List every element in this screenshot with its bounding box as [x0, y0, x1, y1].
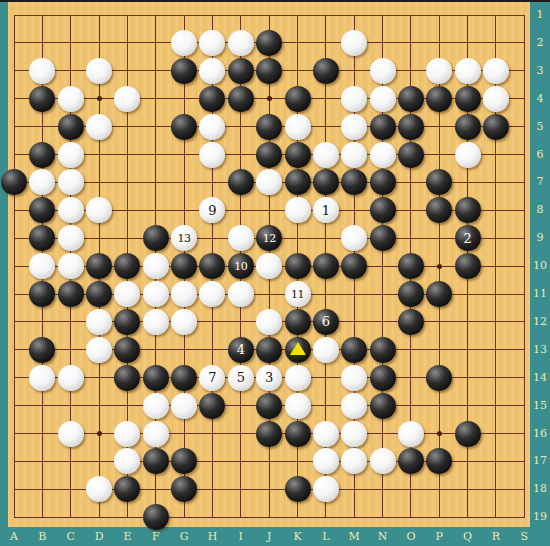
stone-black[interactable]	[58, 281, 84, 307]
row-label: 4	[531, 92, 549, 105]
column-label: Q	[458, 530, 478, 543]
stone-white[interactable]	[285, 197, 311, 223]
stone-black[interactable]	[143, 504, 169, 530]
stone-black[interactable]	[285, 142, 311, 168]
stone-black[interactable]	[285, 309, 311, 335]
stone-black[interactable]	[171, 58, 197, 84]
stone-white[interactable]	[29, 58, 55, 84]
move-number-label: 2	[463, 232, 471, 245]
stone-white[interactable]	[341, 421, 367, 447]
stone-white[interactable]	[341, 365, 367, 391]
stone-white[interactable]	[256, 309, 282, 335]
stone-white[interactable]	[114, 421, 140, 447]
stone-black[interactable]	[285, 421, 311, 447]
stone-black[interactable]	[199, 393, 225, 419]
stone-white[interactable]	[58, 365, 84, 391]
stone-black[interactable]: 2	[455, 225, 481, 251]
stone-white[interactable]	[58, 142, 84, 168]
star-point	[437, 264, 442, 269]
stone-white[interactable]	[228, 281, 254, 307]
stone-black[interactable]	[228, 169, 254, 195]
stone-black[interactable]	[285, 86, 311, 112]
row-label: 8	[531, 203, 549, 216]
row-label: 19	[531, 510, 549, 523]
stone-black[interactable]	[398, 142, 424, 168]
stone-white[interactable]	[199, 142, 225, 168]
stone-black[interactable]	[256, 142, 282, 168]
stone-black[interactable]	[426, 86, 452, 112]
stone-black[interactable]	[313, 253, 339, 279]
stone-black[interactable]: 10	[228, 253, 254, 279]
row-label: 13	[531, 343, 549, 356]
stone-white[interactable]	[228, 225, 254, 251]
move-number-label: 9	[208, 204, 216, 217]
stone-black[interactable]	[256, 337, 282, 363]
stone-black[interactable]	[58, 114, 84, 140]
stone-white[interactable]	[143, 421, 169, 447]
go-board-window: 9113122101164753 ABCDEFGHIJKLMNOPQRS1234…	[0, 0, 550, 546]
row-label: 15	[531, 399, 549, 412]
stone-white[interactable]	[341, 142, 367, 168]
stone-black[interactable]	[455, 86, 481, 112]
column-label: E	[117, 530, 137, 543]
star-point	[97, 96, 102, 101]
column-label: S	[514, 530, 534, 543]
stone-white[interactable]	[143, 253, 169, 279]
column-label: D	[89, 530, 109, 543]
stone-white[interactable]	[143, 309, 169, 335]
stone-white[interactable]	[58, 225, 84, 251]
row-label: 6	[531, 148, 549, 161]
row-label: 10	[531, 259, 549, 272]
stone-white[interactable]	[58, 197, 84, 223]
stone-black[interactable]	[171, 253, 197, 279]
stone-white[interactable]	[58, 253, 84, 279]
stone-white[interactable]	[171, 281, 197, 307]
stone-black[interactable]	[86, 253, 112, 279]
stone-black[interactable]	[483, 114, 509, 140]
stone-black[interactable]	[256, 58, 282, 84]
stone-white[interactable]	[341, 114, 367, 140]
stone-black[interactable]	[228, 58, 254, 84]
row-label: 12	[531, 315, 549, 328]
stone-white[interactable]	[143, 393, 169, 419]
stone-black[interactable]	[114, 365, 140, 391]
goban[interactable]: 9113122101164753	[8, 2, 530, 527]
stone-white[interactable]	[370, 142, 396, 168]
stone-black[interactable]	[29, 86, 55, 112]
move-number-label: 7	[208, 371, 216, 384]
column-label: F	[146, 530, 166, 543]
move-number-label: 12	[263, 232, 276, 245]
stone-white[interactable]	[370, 86, 396, 112]
stone-black[interactable]	[29, 337, 55, 363]
stone-white[interactable]	[370, 448, 396, 474]
stone-white[interactable]	[86, 309, 112, 335]
move-number-label: 11	[291, 288, 304, 301]
move-number-label: 3	[265, 371, 273, 384]
stone-white[interactable]	[171, 309, 197, 335]
stone-white[interactable]	[341, 30, 367, 56]
stone-white[interactable]: 5	[228, 365, 254, 391]
stone-white[interactable]	[313, 142, 339, 168]
row-label: 18	[531, 482, 549, 495]
move-number-label: 4	[237, 343, 245, 356]
stone-white[interactable]	[370, 58, 396, 84]
grid-line-vertical	[14, 15, 15, 518]
stone-white[interactable]	[285, 365, 311, 391]
stone-white[interactable]	[313, 476, 339, 502]
column-label: L	[316, 530, 336, 543]
stone-black[interactable]	[285, 337, 311, 363]
stone-black[interactable]	[455, 114, 481, 140]
stone-white[interactable]	[285, 114, 311, 140]
grid-line-vertical	[524, 15, 525, 518]
column-label: C	[61, 530, 81, 543]
stone-black[interactable]	[398, 309, 424, 335]
row-label: 3	[531, 64, 549, 77]
stone-white[interactable]	[86, 337, 112, 363]
stone-black[interactable]	[370, 337, 396, 363]
stone-black[interactable]	[256, 30, 282, 56]
row-label: 17	[531, 454, 549, 467]
column-label: M	[344, 530, 364, 543]
stone-white[interactable]	[483, 86, 509, 112]
move-number-label: 10	[234, 260, 247, 273]
stone-white[interactable]	[455, 142, 481, 168]
stone-white[interactable]	[426, 58, 452, 84]
row-label: 16	[531, 427, 549, 440]
stone-white[interactable]: 3	[256, 365, 282, 391]
row-label: 9	[531, 231, 549, 244]
stone-black[interactable]	[171, 365, 197, 391]
stone-black[interactable]	[256, 393, 282, 419]
stone-white[interactable]	[313, 337, 339, 363]
stone-black[interactable]	[398, 281, 424, 307]
stone-black[interactable]: 6	[313, 309, 339, 335]
stone-white[interactable]	[341, 393, 367, 419]
column-label: P	[429, 530, 449, 543]
grid-line-horizontal	[14, 15, 525, 16]
stone-white[interactable]	[58, 169, 84, 195]
stone-white[interactable]	[199, 114, 225, 140]
stone-white[interactable]	[285, 393, 311, 419]
column-label: K	[288, 530, 308, 543]
stone-black[interactable]	[143, 365, 169, 391]
column-label: H	[202, 530, 222, 543]
column-label: N	[373, 530, 393, 543]
stone-white[interactable]	[114, 86, 140, 112]
stone-white[interactable]: 7	[199, 365, 225, 391]
stone-black[interactable]	[285, 253, 311, 279]
stone-black[interactable]	[143, 448, 169, 474]
stone-black[interactable]	[370, 114, 396, 140]
column-label: R	[486, 530, 506, 543]
stone-white[interactable]	[171, 393, 197, 419]
star-point	[267, 96, 272, 101]
stone-black[interactable]	[114, 337, 140, 363]
stone-black[interactable]	[341, 337, 367, 363]
stone-white[interactable]	[228, 30, 254, 56]
stone-white[interactable]	[313, 421, 339, 447]
column-label: B	[32, 530, 52, 543]
stone-black[interactable]	[370, 225, 396, 251]
row-label: 2	[531, 36, 549, 49]
column-label: G	[174, 530, 194, 543]
stone-black[interactable]	[398, 114, 424, 140]
stone-white[interactable]: 1	[313, 197, 339, 223]
stone-white[interactable]	[171, 30, 197, 56]
stone-black[interactable]	[426, 365, 452, 391]
stone-white[interactable]	[143, 281, 169, 307]
stone-black[interactable]	[455, 421, 481, 447]
grid-line-horizontal	[14, 517, 525, 518]
stone-black[interactable]	[29, 142, 55, 168]
stone-black[interactable]	[285, 476, 311, 502]
column-label: I	[231, 530, 251, 543]
stone-black[interactable]	[455, 253, 481, 279]
move-number-label: 13	[178, 232, 191, 245]
stone-black[interactable]	[455, 197, 481, 223]
stone-white[interactable]	[58, 86, 84, 112]
stone-black[interactable]	[86, 281, 112, 307]
stone-black[interactable]	[370, 393, 396, 419]
row-label: 7	[531, 175, 549, 188]
stone-white[interactable]	[398, 421, 424, 447]
star-point	[437, 431, 442, 436]
row-label: 14	[531, 371, 549, 384]
stone-white[interactable]	[455, 58, 481, 84]
stone-white[interactable]	[58, 421, 84, 447]
move-number-label: 5	[237, 371, 245, 384]
stone-white[interactable]	[86, 58, 112, 84]
stone-black[interactable]: 4	[228, 337, 254, 363]
star-point	[97, 431, 102, 436]
row-label: 1	[531, 8, 549, 21]
stone-black[interactable]	[143, 225, 169, 251]
column-label: O	[401, 530, 421, 543]
stone-black[interactable]	[171, 114, 197, 140]
triangle-marker-icon	[290, 342, 306, 355]
stone-black[interactable]	[370, 169, 396, 195]
stone-black[interactable]	[256, 421, 282, 447]
column-label: J	[259, 530, 279, 543]
row-label: 5	[531, 120, 549, 133]
move-number-label: 6	[322, 315, 330, 328]
stone-black[interactable]	[313, 58, 339, 84]
stone-black[interactable]	[199, 86, 225, 112]
stone-white[interactable]	[341, 86, 367, 112]
stone-white[interactable]	[483, 58, 509, 84]
stone-white[interactable]: 11	[285, 281, 311, 307]
stone-black[interactable]	[256, 114, 282, 140]
stone-black[interactable]	[398, 86, 424, 112]
stone-black[interactable]	[228, 86, 254, 112]
stone-white[interactable]	[29, 365, 55, 391]
stone-black[interactable]	[370, 365, 396, 391]
column-label: A	[4, 530, 24, 543]
row-label: 11	[531, 287, 549, 300]
stone-black[interactable]	[398, 253, 424, 279]
stone-black[interactable]	[285, 169, 311, 195]
stone-black[interactable]	[370, 197, 396, 223]
move-number-label: 1	[322, 204, 330, 217]
stone-white[interactable]	[86, 114, 112, 140]
